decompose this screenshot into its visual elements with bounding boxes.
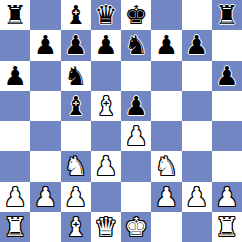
square-a8[interactable]: ♜ (0, 0, 30, 30)
square-g2[interactable]: ♟ (182, 182, 212, 212)
piece-black-bishop-c5[interactable]: ♝ (64, 93, 87, 119)
square-f8[interactable] (151, 0, 181, 30)
square-h6[interactable]: ♟ (212, 61, 242, 91)
piece-white-pawn-c2[interactable]: ♟ (64, 184, 87, 210)
piece-black-rook-a8[interactable]: ♜ (3, 2, 26, 28)
square-c4[interactable] (61, 121, 91, 151)
square-h3[interactable] (212, 151, 242, 181)
square-g7[interactable]: ♟ (182, 30, 212, 60)
square-d7[interactable]: ♟ (91, 30, 121, 60)
square-g6[interactable] (182, 61, 212, 91)
piece-black-pawn-f7[interactable]: ♟ (155, 32, 178, 58)
square-e5[interactable]: ♟ (121, 91, 151, 121)
piece-black-bishop-c8[interactable]: ♝ (64, 2, 87, 28)
square-d2[interactable] (91, 182, 121, 212)
square-b3[interactable] (30, 151, 60, 181)
square-h7[interactable] (212, 30, 242, 60)
square-c8[interactable]: ♝ (61, 0, 91, 30)
square-f6[interactable] (151, 61, 181, 91)
square-e4[interactable]: ♟ (121, 121, 151, 151)
piece-white-rook-h1[interactable]: ♜ (215, 214, 238, 240)
square-f7[interactable]: ♟ (151, 30, 181, 60)
square-h4[interactable] (212, 121, 242, 151)
square-b8[interactable] (30, 0, 60, 30)
square-e3[interactable] (121, 151, 151, 181)
piece-black-pawn-a6[interactable]: ♟ (3, 63, 26, 89)
square-g1[interactable] (182, 212, 212, 242)
square-f1[interactable] (151, 212, 181, 242)
piece-white-knight-f3[interactable]: ♞ (155, 153, 178, 179)
square-c1[interactable]: ♝ (61, 212, 91, 242)
square-d3[interactable]: ♟ (91, 151, 121, 181)
piece-black-pawn-e5[interactable]: ♟ (124, 93, 147, 119)
square-d6[interactable] (91, 61, 121, 91)
piece-black-pawn-b7[interactable]: ♟ (34, 32, 57, 58)
piece-black-knight-e7[interactable]: ♞ (124, 32, 147, 58)
square-f5[interactable] (151, 91, 181, 121)
square-b6[interactable] (30, 61, 60, 91)
square-a6[interactable]: ♟ (0, 61, 30, 91)
square-b1[interactable] (30, 212, 60, 242)
piece-white-pawn-f2[interactable]: ♟ (155, 184, 178, 210)
square-f3[interactable]: ♞ (151, 151, 181, 181)
piece-black-pawn-g7[interactable]: ♟ (185, 32, 208, 58)
piece-white-pawn-b2[interactable]: ♟ (34, 184, 57, 210)
square-c3[interactable]: ♞ (61, 151, 91, 181)
piece-white-pawn-d3[interactable]: ♟ (94, 153, 117, 179)
square-a3[interactable] (0, 151, 30, 181)
square-g4[interactable] (182, 121, 212, 151)
piece-black-queen-d8[interactable]: ♛ (94, 2, 117, 28)
piece-black-pawn-h6[interactable]: ♟ (215, 63, 238, 89)
square-b4[interactable] (30, 121, 60, 151)
square-e7[interactable]: ♞ (121, 30, 151, 60)
piece-white-pawn-g2[interactable]: ♟ (185, 184, 208, 210)
square-f4[interactable] (151, 121, 181, 151)
square-b7[interactable]: ♟ (30, 30, 60, 60)
square-a4[interactable] (0, 121, 30, 151)
square-d5[interactable]: ♝ (91, 91, 121, 121)
square-g8[interactable] (182, 0, 212, 30)
piece-white-bishop-d5[interactable]: ♝ (94, 93, 117, 119)
piece-white-king-e1[interactable]: ♚ (124, 214, 147, 240)
piece-black-knight-c6[interactable]: ♞ (64, 63, 87, 89)
piece-black-rook-h8[interactable]: ♜ (215, 2, 238, 28)
square-h2[interactable]: ♟ (212, 182, 242, 212)
square-a7[interactable] (0, 30, 30, 60)
square-e6[interactable] (121, 61, 151, 91)
square-d8[interactable]: ♛ (91, 0, 121, 30)
square-c7[interactable]: ♟ (61, 30, 91, 60)
square-f2[interactable]: ♟ (151, 182, 181, 212)
square-g5[interactable] (182, 91, 212, 121)
piece-white-pawn-e4[interactable]: ♟ (124, 123, 147, 149)
square-a5[interactable] (0, 91, 30, 121)
square-d1[interactable]: ♛ (91, 212, 121, 242)
square-a1[interactable]: ♜ (0, 212, 30, 242)
square-g3[interactable] (182, 151, 212, 181)
piece-white-bishop-c1[interactable]: ♝ (64, 214, 87, 240)
square-d4[interactable] (91, 121, 121, 151)
piece-white-pawn-h2[interactable]: ♟ (215, 184, 238, 210)
square-c5[interactable]: ♝ (61, 91, 91, 121)
square-e1[interactable]: ♚ (121, 212, 151, 242)
piece-black-pawn-d7[interactable]: ♟ (94, 32, 117, 58)
square-h1[interactable]: ♜ (212, 212, 242, 242)
square-e8[interactable]: ♚ (121, 0, 151, 30)
piece-white-knight-c3[interactable]: ♞ (64, 153, 87, 179)
piece-black-pawn-c7[interactable]: ♟ (64, 32, 87, 58)
square-h5[interactable] (212, 91, 242, 121)
piece-white-queen-d1[interactable]: ♛ (94, 214, 117, 240)
piece-white-rook-a1[interactable]: ♜ (3, 214, 26, 240)
piece-white-pawn-a2[interactable]: ♟ (3, 184, 26, 210)
square-b5[interactable] (30, 91, 60, 121)
chess-board: ♜♝♛♚♜♟♟♟♞♟♟♟♞♟♝♝♟♟♞♟♞♟♟♟♟♟♟♜♝♛♚♜ (0, 0, 242, 242)
square-h8[interactable]: ♜ (212, 0, 242, 30)
piece-black-king-e8[interactable]: ♚ (124, 2, 147, 28)
square-b2[interactable]: ♟ (30, 182, 60, 212)
square-a2[interactable]: ♟ (0, 182, 30, 212)
square-e2[interactable] (121, 182, 151, 212)
square-c6[interactable]: ♞ (61, 61, 91, 91)
square-c2[interactable]: ♟ (61, 182, 91, 212)
